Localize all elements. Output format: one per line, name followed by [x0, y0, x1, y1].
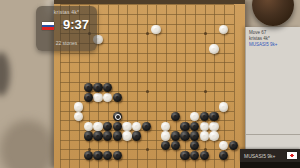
- board-top-edge: [54, 0, 245, 4]
- move-number-label: Move 67: [249, 30, 300, 35]
- game-info-panel: Move 67 kristas 4k* MUSASI5 9k+: [245, 27, 300, 150]
- panel-divider: [246, 134, 300, 135]
- clock-time: 9:37: [56, 17, 96, 32]
- game-screen: ●●●●●●●●●●●●●●●●●●●●●●●●●●●●●●●●●●●●●●●●…: [0, 0, 300, 168]
- table-shadow: [0, 120, 55, 168]
- black-stone-bowl-photo: [0, 52, 10, 96]
- go-bowl-lid: [252, 0, 294, 26]
- opponent-clock-cut: [240, 162, 300, 168]
- opponent-name: MUSASI5 9k+: [244, 153, 276, 159]
- russia-flag-icon: [42, 22, 54, 30]
- japan-flag-icon: [287, 152, 297, 159]
- player-name: kristas 4k*: [36, 9, 97, 15]
- player-clock-panel: kristas 4k* 9:37 22 stones: [36, 6, 97, 51]
- white-player-label: MUSASI5 9k+: [249, 42, 300, 47]
- byoyomi-stones-count: 22 stones: [36, 40, 97, 46]
- opponent-bar: MUSASI5 9k+: [240, 149, 300, 162]
- black-player-label: kristas 4k*: [249, 36, 300, 41]
